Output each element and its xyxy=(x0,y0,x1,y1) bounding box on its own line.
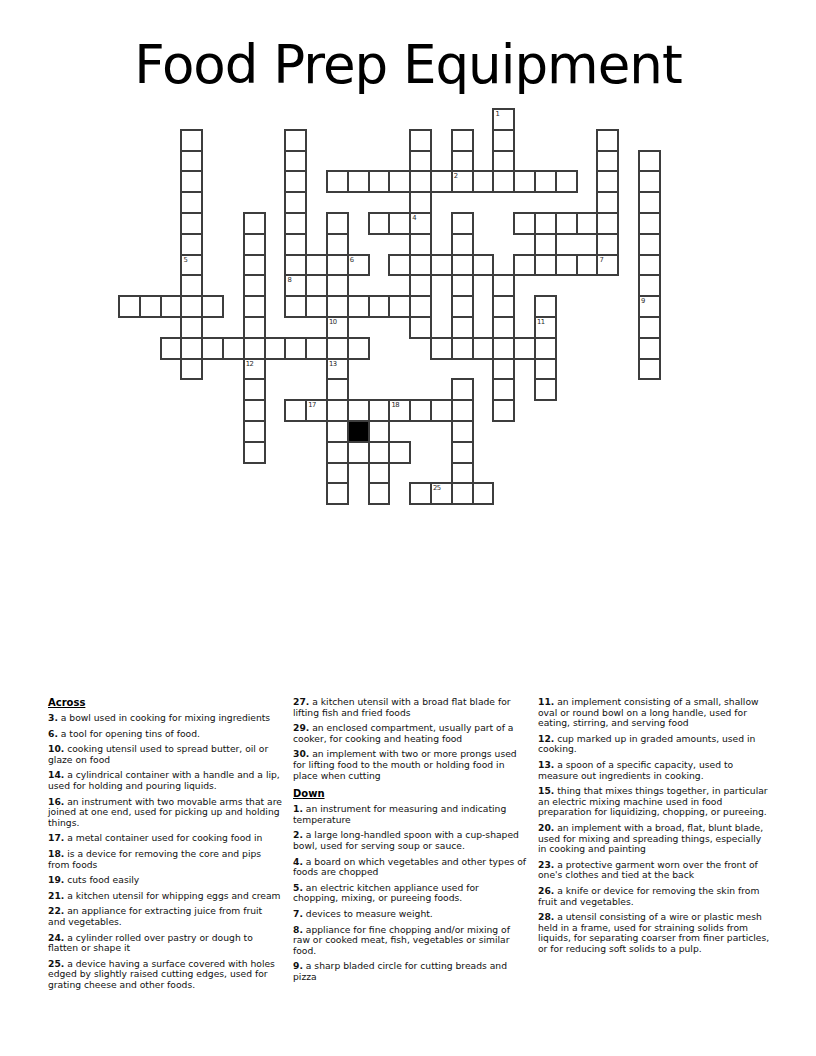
grid-cell[interactable] xyxy=(347,399,370,422)
grid-cell[interactable] xyxy=(492,129,515,152)
grid-cell[interactable] xyxy=(160,337,183,360)
grid-cell[interactable] xyxy=(284,170,307,193)
grid-cell[interactable] xyxy=(326,337,349,360)
clue-number: 18 xyxy=(391,401,399,409)
across-header: Across xyxy=(48,697,282,708)
grid-cell[interactable] xyxy=(596,170,619,193)
grid-cell[interactable] xyxy=(284,212,307,235)
grid-cell[interactable] xyxy=(347,441,370,464)
clue-number: 11 xyxy=(537,318,545,326)
clue-item: 11. an implement consisting of a small, … xyxy=(538,697,772,729)
grid-cell[interactable]: 4 xyxy=(409,212,432,235)
grid-cell[interactable] xyxy=(555,212,578,235)
grid-cell[interactable] xyxy=(451,420,474,443)
grid-cell[interactable] xyxy=(118,295,141,318)
grid-cell[interactable] xyxy=(451,482,474,505)
clue-item-number: 18. xyxy=(48,848,64,859)
clues-column-3: 11. an implement consisting of a small, … xyxy=(538,697,772,995)
crossword-grid: 1245678910111213171825 xyxy=(118,108,702,651)
clue-item-number: 23. xyxy=(538,859,554,870)
clue-number: 12 xyxy=(246,360,254,368)
clue-item-number: 30. xyxy=(293,748,309,759)
grid-cell[interactable] xyxy=(513,212,536,235)
grid-cell[interactable] xyxy=(576,254,599,277)
grid-cell[interactable] xyxy=(409,316,432,339)
grid-cell[interactable] xyxy=(409,295,432,318)
grid-cell[interactable] xyxy=(347,337,370,360)
grid-cell[interactable] xyxy=(451,316,474,339)
clue-item: 18. is a device for removing the core an… xyxy=(48,849,282,870)
grid-cell[interactable] xyxy=(180,170,203,193)
clue-item-number: 2. xyxy=(293,829,303,840)
grid-cell[interactable] xyxy=(388,295,411,318)
clue-item-number: 17. xyxy=(48,832,64,843)
grid-cell[interactable]: 18 xyxy=(388,399,411,422)
clue-item: 24. a cylinder rolled over pastry or dou… xyxy=(48,933,282,954)
grid-cell[interactable] xyxy=(534,337,557,360)
grid-cell[interactable] xyxy=(305,254,328,277)
grid-cell[interactable] xyxy=(160,295,183,318)
clue-item-number: 4. xyxy=(293,856,303,867)
clue-item: 1. an instrument for measuring and indic… xyxy=(293,804,527,825)
clue-item: 26. a knife or device for removing the s… xyxy=(538,886,772,907)
grid-cell[interactable] xyxy=(347,170,370,193)
clue-item: 27. a kitchen utensil with a broad flat … xyxy=(293,697,527,718)
clues-column-2: 27. a kitchen utensil with a broad flat … xyxy=(293,697,527,995)
clue-item: 2. a large long-handled spoon with a cup… xyxy=(293,830,527,851)
clue-item-number: 11. xyxy=(538,696,554,707)
grid-cell[interactable] xyxy=(409,170,432,193)
clue-item: 25. a device having a surface covered wi… xyxy=(48,959,282,991)
grid-cell[interactable] xyxy=(409,399,432,422)
grid-cell[interactable] xyxy=(430,170,453,193)
grid-cell[interactable] xyxy=(326,254,349,277)
clue-number: 1 xyxy=(495,110,499,118)
grid-cell[interactable] xyxy=(451,254,474,277)
clue-number: 10 xyxy=(329,318,337,326)
clue-item-number: 25. xyxy=(48,958,64,969)
grid-cell[interactable] xyxy=(534,358,557,381)
grid-cell[interactable] xyxy=(555,170,578,193)
grid-cell[interactable] xyxy=(472,482,495,505)
grid-cell[interactable] xyxy=(326,462,349,485)
clue-number: 8 xyxy=(287,276,291,284)
grid-cell[interactable]: 5 xyxy=(180,254,203,277)
grid-cell[interactable] xyxy=(180,150,203,173)
grid-cell[interactable] xyxy=(534,378,557,401)
grid-cell[interactable] xyxy=(596,233,619,256)
grid-cell[interactable] xyxy=(388,212,411,235)
clue-item: 29. an enclosed compartment, usually par… xyxy=(293,723,527,744)
clue-item-number: 27. xyxy=(293,696,309,707)
grid-cell[interactable] xyxy=(284,337,307,360)
grid-cell[interactable] xyxy=(180,191,203,214)
clue-item-number: 19. xyxy=(48,874,64,885)
grid-cell[interactable] xyxy=(326,441,349,464)
clue-item-number: 28. xyxy=(538,911,554,922)
grid-cell[interactable] xyxy=(472,337,495,360)
grid-cell[interactable]: 8 xyxy=(284,274,307,297)
clue-item-number: 7. xyxy=(293,908,303,919)
clue-item: 13. a spoon of a specific capacity, used… xyxy=(538,760,772,781)
grid-cell[interactable] xyxy=(555,254,578,277)
down-header: Down xyxy=(293,788,527,799)
grid-cell[interactable] xyxy=(243,233,266,256)
clue-item: 5. an electric kitchen appliance used fo… xyxy=(293,883,527,904)
grid-cell[interactable] xyxy=(222,337,245,360)
clue-item: 3. a bowl used in cooking for mixing ing… xyxy=(48,713,282,724)
grid-cell[interactable] xyxy=(326,420,349,443)
clue-item: 12. cup marked up in graded amounts, use… xyxy=(538,734,772,755)
grid-cell[interactable] xyxy=(513,254,536,277)
clue-item-number: 21. xyxy=(48,890,64,901)
grid-cell[interactable] xyxy=(243,337,266,360)
grid-cell[interactable] xyxy=(596,212,619,235)
grid-cell[interactable] xyxy=(180,358,203,381)
clue-number: 7 xyxy=(599,256,603,264)
grid-cell[interactable] xyxy=(492,337,515,360)
grid-cell[interactable] xyxy=(451,399,474,422)
grid-cell[interactable] xyxy=(368,441,391,464)
grid-cell[interactable] xyxy=(534,212,557,235)
clue-item: 16. an instrument with two movable arms … xyxy=(48,797,282,829)
clue-item-number: 3. xyxy=(48,712,58,723)
grid-cell[interactable] xyxy=(638,150,661,173)
grid-cell[interactable] xyxy=(347,295,370,318)
grid-cell[interactable] xyxy=(284,254,307,277)
clue-item: 8. appliance for fine chopping and/or mi… xyxy=(293,925,527,957)
grid-cell[interactable] xyxy=(284,295,307,318)
grid-cell[interactable] xyxy=(596,191,619,214)
clue-item-number: 22. xyxy=(48,905,64,916)
grid-cell[interactable] xyxy=(451,233,474,256)
grid-cell[interactable] xyxy=(451,129,474,152)
grid-cell[interactable]: 13 xyxy=(326,358,349,381)
grid-cell[interactable] xyxy=(368,482,391,505)
grid-cell[interactable]: 6 xyxy=(347,254,370,277)
clue-item: 15. thing that mixes things together, in… xyxy=(538,786,772,818)
grid-cell[interactable] xyxy=(264,337,287,360)
grid-cell[interactable] xyxy=(243,254,266,277)
clue-item: 22. an appliance for extracting juice fr… xyxy=(48,906,282,927)
grid-cell[interactable] xyxy=(638,233,661,256)
grid-cell[interactable] xyxy=(409,233,432,256)
grid-cell[interactable] xyxy=(180,337,203,360)
grid-cell[interactable] xyxy=(180,274,203,297)
clue-item-number: 5. xyxy=(293,882,303,893)
grid-cell[interactable] xyxy=(472,170,495,193)
grid-cell[interactable] xyxy=(638,358,661,381)
grid-cell[interactable] xyxy=(451,378,474,401)
grid-cell[interactable] xyxy=(180,129,203,152)
clue-item: 23. a protective garment worn over the f… xyxy=(538,860,772,881)
grid-cell[interactable] xyxy=(492,274,515,297)
page-title: Food Prep Equipment xyxy=(0,34,816,95)
black-cell xyxy=(347,420,370,443)
clue-number: 4 xyxy=(412,214,416,222)
grid-cell[interactable] xyxy=(638,316,661,339)
grid-cell[interactable] xyxy=(284,233,307,256)
clue-item-number: 29. xyxy=(293,722,309,733)
clue-item-number: 13. xyxy=(538,759,554,770)
grid-cell[interactable] xyxy=(513,170,536,193)
grid-cell[interactable] xyxy=(451,295,474,318)
grid-cell[interactable] xyxy=(638,212,661,235)
grid-cell[interactable] xyxy=(326,482,349,505)
grid-cell[interactable] xyxy=(326,212,349,235)
clue-item: 14. a cylindrical container with a handl… xyxy=(48,770,282,791)
grid-cell[interactable] xyxy=(243,378,266,401)
grid-cell[interactable] xyxy=(243,316,266,339)
grid-cell[interactable] xyxy=(180,316,203,339)
clue-item: 21. a kitchen utensil for whipping eggs … xyxy=(48,891,282,902)
grid-cell[interactable] xyxy=(430,337,453,360)
grid-cell[interactable] xyxy=(305,337,328,360)
grid-cell[interactable] xyxy=(513,337,536,360)
grid-cell[interactable] xyxy=(368,399,391,422)
grid-cell[interactable] xyxy=(409,191,432,214)
grid-cell[interactable] xyxy=(409,150,432,173)
grid-cell[interactable] xyxy=(388,254,411,277)
clue-item: 10. cooking utensil used to spread butte… xyxy=(48,744,282,765)
grid-cell[interactable] xyxy=(409,129,432,152)
grid-cell[interactable] xyxy=(326,274,349,297)
clue-item: 28. a utensil consisting of a wire or pl… xyxy=(538,912,772,954)
grid-cell[interactable] xyxy=(534,295,557,318)
grid-cell[interactable] xyxy=(243,295,266,318)
clue-item: 6. a tool for opening tins of food. xyxy=(48,729,282,740)
grid-cell[interactable] xyxy=(492,150,515,173)
grid-cell[interactable] xyxy=(430,254,453,277)
grid-cell[interactable]: 9 xyxy=(638,295,661,318)
clue-number: 6 xyxy=(350,256,354,264)
grid-cell[interactable] xyxy=(243,212,266,235)
grid-cell[interactable] xyxy=(368,462,391,485)
grid-cell[interactable] xyxy=(534,170,557,193)
clue-item-number: 10. xyxy=(48,743,64,754)
grid-cell[interactable]: 2 xyxy=(451,170,474,193)
grid-cell[interactable] xyxy=(284,191,307,214)
grid-cell[interactable] xyxy=(451,462,474,485)
grid-cell[interactable] xyxy=(201,337,224,360)
grid-cell[interactable]: 12 xyxy=(243,358,266,381)
grid-cell[interactable] xyxy=(139,295,162,318)
grid-cell[interactable] xyxy=(409,482,432,505)
clue-item-number: 8. xyxy=(293,924,303,935)
grid-cell[interactable] xyxy=(492,316,515,339)
grid-cell[interactable] xyxy=(451,441,474,464)
grid-cell[interactable] xyxy=(326,233,349,256)
grid-cell[interactable] xyxy=(638,254,661,277)
grid-cell[interactable] xyxy=(326,399,349,422)
grid-cell[interactable] xyxy=(638,274,661,297)
clue-item-number: 26. xyxy=(538,885,554,896)
clue-item-number: 1. xyxy=(293,803,303,814)
grid-cell[interactable] xyxy=(284,150,307,173)
grid-cell[interactable] xyxy=(492,170,515,193)
grid-cell[interactable]: 1 xyxy=(492,108,515,131)
clue-item-number: 24. xyxy=(48,932,64,943)
grid-cell[interactable] xyxy=(180,212,203,235)
clue-number: 25 xyxy=(433,484,441,492)
grid-cell[interactable]: 25 xyxy=(430,482,453,505)
grid-cell[interactable] xyxy=(451,337,474,360)
grid-cell[interactable] xyxy=(492,399,515,422)
grid-cell[interactable] xyxy=(492,358,515,381)
clue-item: 4. a board on which vegetables and other… xyxy=(293,857,527,878)
clue-item: 9. a sharp bladed circle for cutting bre… xyxy=(293,961,527,982)
clue-item: 20. an implement with a broad, flat, blu… xyxy=(538,823,772,855)
grid-cell[interactable] xyxy=(576,212,599,235)
grid-cell[interactable] xyxy=(451,212,474,235)
clue-number: 5 xyxy=(183,256,187,264)
grid-cell[interactable] xyxy=(472,254,495,277)
clue-item-number: 14. xyxy=(48,769,64,780)
clue-item: 19. cuts food easily xyxy=(48,875,282,886)
clue-item-number: 6. xyxy=(48,728,58,739)
clues-column-1: Across3. a bowl used in cooking for mixi… xyxy=(48,697,282,995)
clue-item-number: 20. xyxy=(538,822,554,833)
grid-cell[interactable] xyxy=(180,295,203,318)
grid-cell[interactable] xyxy=(368,295,391,318)
grid-cell[interactable] xyxy=(409,254,432,277)
clue-item-number: 9. xyxy=(293,960,303,971)
grid-cell[interactable] xyxy=(243,441,266,464)
clue-item-number: 12. xyxy=(538,733,554,744)
grid-cell[interactable] xyxy=(284,399,307,422)
clue-item-number: 15. xyxy=(538,785,554,796)
grid-cell[interactable] xyxy=(534,233,557,256)
grid-cell[interactable] xyxy=(305,295,328,318)
clue-number: 13 xyxy=(329,360,337,368)
grid-cell[interactable] xyxy=(368,170,391,193)
grid-cell[interactable] xyxy=(201,295,224,318)
clue-number: 17 xyxy=(308,401,316,409)
grid-cell[interactable] xyxy=(388,441,411,464)
clue-number: 2 xyxy=(454,172,458,180)
clue-number: 9 xyxy=(641,297,645,305)
clue-item: 17. a metal container used for cooking f… xyxy=(48,833,282,844)
grid-cell[interactable] xyxy=(243,274,266,297)
grid-cell[interactable] xyxy=(409,274,432,297)
clue-item-number: 16. xyxy=(48,796,64,807)
grid-cell[interactable] xyxy=(326,378,349,401)
grid-cell[interactable]: 11 xyxy=(534,316,557,339)
grid-cell[interactable] xyxy=(492,378,515,401)
grid-cell[interactable] xyxy=(368,212,391,235)
grid-cell[interactable] xyxy=(368,420,391,443)
grid-cell[interactable] xyxy=(451,274,474,297)
grid-cell[interactable] xyxy=(326,170,349,193)
grid-cell[interactable] xyxy=(451,150,474,173)
grid-cell[interactable] xyxy=(534,254,557,277)
grid-cell[interactable] xyxy=(638,337,661,360)
grid-cell[interactable]: 10 xyxy=(326,316,349,339)
grid-cell[interactable] xyxy=(243,420,266,443)
clue-item: 30. an implement with two or more prongs… xyxy=(293,749,527,781)
grid-cell[interactable] xyxy=(596,150,619,173)
grid-cell[interactable]: 7 xyxy=(596,254,619,277)
grid-cell[interactable] xyxy=(388,170,411,193)
grid-cell[interactable] xyxy=(180,233,203,256)
page: { "game": "crossword", "title": "Food Pr… xyxy=(0,0,816,1056)
grid-cell[interactable] xyxy=(492,295,515,318)
grid-cell[interactable] xyxy=(430,399,453,422)
clues-section: Across3. a bowl used in cooking for mixi… xyxy=(48,697,772,995)
grid-cell[interactable] xyxy=(638,191,661,214)
grid-cell[interactable] xyxy=(326,295,349,318)
grid-cell[interactable] xyxy=(284,129,307,152)
clue-item: 7. devices to measure weight. xyxy=(293,909,527,920)
grid-cell[interactable] xyxy=(638,170,661,193)
grid-cell[interactable] xyxy=(243,399,266,422)
grid-cell[interactable] xyxy=(596,129,619,152)
grid-cell[interactable]: 17 xyxy=(305,399,328,422)
